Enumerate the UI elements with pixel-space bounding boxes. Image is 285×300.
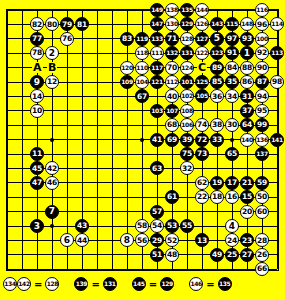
stone-110: 110 — [135, 61, 149, 75]
stone-108: 108 — [180, 104, 194, 118]
stone-37: 37 — [240, 104, 254, 118]
caption-group: 134142=128 — [3, 277, 59, 291]
stone-46: 46 — [45, 176, 59, 190]
stone-124: 124 — [180, 61, 194, 75]
stone-116: 116 — [255, 3, 269, 17]
stone-86: 86 — [240, 75, 254, 89]
stone-120: 120 — [120, 61, 134, 75]
stone-25: 25 — [225, 248, 239, 262]
stone-48: 48 — [165, 248, 179, 262]
caption-group: 146=135 — [189, 277, 231, 291]
equals-sign: = — [149, 279, 157, 290]
stone-134: 134 — [3, 277, 17, 291]
caption-group: 139=131 — [74, 277, 116, 291]
stone-119: 119 — [135, 32, 149, 46]
stone-76: 76 — [60, 32, 74, 46]
stone-41: 41 — [150, 133, 164, 147]
stone-103: 103 — [150, 104, 164, 118]
stone-127: 127 — [195, 32, 209, 46]
stone-137: 137 — [255, 147, 269, 161]
equals-sign: = — [91, 279, 99, 290]
stone-49: 49 — [210, 248, 224, 262]
stone-54: 54 — [150, 219, 164, 233]
stone-53: 53 — [165, 219, 179, 233]
stone-95: 95 — [255, 104, 269, 118]
caption: 134142=128139=131145=129146=135 — [3, 274, 285, 294]
stone-27: 27 — [240, 248, 254, 262]
stone-39: 39 — [180, 133, 194, 147]
go-kifu-diagram: 1234567891011121314151617181920212223242… — [0, 0, 285, 300]
stone-69: 69 — [165, 133, 179, 147]
stone-88: 88 — [240, 61, 254, 75]
stone-10: 10 — [30, 104, 44, 118]
stone-87: 87 — [255, 75, 269, 89]
stone-60: 60 — [255, 205, 269, 219]
stone-83: 83 — [120, 32, 134, 46]
stone-128: 128 — [180, 32, 194, 46]
stone-12: 12 — [45, 75, 59, 89]
stone-84: 84 — [225, 61, 239, 75]
stone-141: 141 — [270, 133, 284, 147]
stone-100: 100 — [255, 32, 269, 46]
stone-107: 107 — [165, 104, 179, 118]
grid-line-horizontal — [7, 269, 277, 270]
stone-70: 70 — [165, 61, 179, 75]
stone-47: 47 — [30, 176, 44, 190]
star-point — [50, 224, 54, 228]
stone-65: 65 — [225, 147, 239, 161]
stone-17: 17 — [225, 176, 239, 190]
stone-43: 43 — [75, 219, 89, 233]
stone-114: 114 — [270, 17, 284, 31]
stone-72: 72 — [195, 133, 209, 147]
caption-group: 145=129 — [132, 277, 174, 291]
stone-101: 101 — [180, 75, 194, 89]
stone-136: 136 — [255, 133, 269, 147]
stone-85: 85 — [210, 75, 224, 89]
stone-58: 58 — [135, 219, 149, 233]
stone-144: 144 — [195, 3, 209, 17]
stone-55: 55 — [180, 219, 194, 233]
stone-145: 145 — [132, 277, 146, 291]
stone-131: 131 — [103, 277, 117, 291]
star-point — [140, 138, 144, 142]
stone-133: 133 — [150, 32, 164, 46]
star-point — [230, 138, 234, 142]
stone-21: 21 — [240, 176, 254, 190]
stone-140: 140 — [240, 133, 254, 147]
stone-104: 104 — [135, 75, 149, 89]
stone-26: 26 — [255, 248, 269, 262]
stone-97: 97 — [225, 32, 239, 46]
stone-98: 98 — [270, 75, 284, 89]
stone-35: 35 — [225, 75, 239, 89]
stone-129: 129 — [160, 277, 174, 291]
stone-57: 57 — [150, 205, 164, 219]
stone-128: 128 — [45, 277, 59, 291]
stone-5: 5 — [210, 32, 224, 46]
stone-90: 90 — [255, 61, 269, 75]
stone-33: 33 — [210, 133, 224, 147]
stone-71: 71 — [165, 32, 179, 46]
equals-sign: = — [206, 279, 214, 290]
stone-51: 51 — [150, 248, 164, 262]
stone-138: 138 — [165, 3, 179, 17]
stone-20: 20 — [240, 205, 254, 219]
stone-73: 73 — [195, 147, 209, 161]
stone-135: 135 — [218, 277, 232, 291]
stone-59: 59 — [255, 176, 269, 190]
stone-62: 62 — [195, 176, 209, 190]
stone-11: 11 — [30, 147, 44, 161]
point-label-A: A — [32, 62, 43, 73]
stone-89: 89 — [210, 61, 224, 75]
stone-3: 3 — [30, 219, 44, 233]
point-label-C: C — [197, 62, 207, 73]
stone-125: 125 — [195, 75, 209, 89]
stone-19: 19 — [210, 176, 224, 190]
equals-sign: = — [34, 279, 42, 290]
stone-117: 117 — [150, 61, 164, 75]
stone-75: 75 — [180, 147, 194, 161]
stone-142: 142 — [17, 277, 31, 291]
point-label-B: B — [47, 62, 57, 73]
stone-4: 4 — [225, 219, 239, 233]
stone-135: 135 — [180, 3, 194, 17]
stone-121: 121 — [150, 75, 164, 89]
stone-9: 9 — [30, 75, 44, 89]
star-point — [50, 138, 54, 142]
stone-149: 149 — [150, 3, 164, 17]
stone-139: 139 — [74, 277, 88, 291]
stone-77: 77 — [30, 32, 44, 46]
stone-93: 93 — [240, 32, 254, 46]
stone-112: 112 — [165, 75, 179, 89]
stone-7: 7 — [45, 205, 59, 219]
stone-113: 113 — [270, 46, 284, 60]
stone-109: 109 — [120, 75, 134, 89]
stone-146: 146 — [189, 277, 203, 291]
